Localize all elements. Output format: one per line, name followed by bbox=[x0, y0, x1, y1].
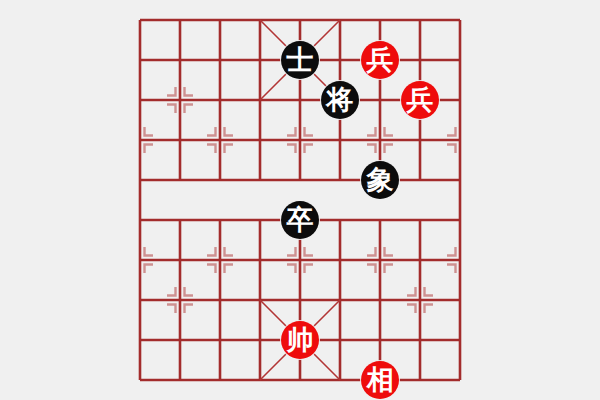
piece-black-general[interactable]: 将 bbox=[321, 81, 359, 119]
piece-red-soldier[interactable]: 兵 bbox=[401, 81, 439, 119]
piece-red-soldier[interactable]: 兵 bbox=[361, 41, 399, 79]
xiangqi-board: 士兵将兵象卒帅相 bbox=[0, 0, 600, 400]
piece-black-advisor[interactable]: 士 bbox=[281, 41, 319, 79]
piece-black-elephant[interactable]: 象 bbox=[361, 161, 399, 199]
piece-grid[interactable]: 士兵将兵象卒帅相 bbox=[120, 0, 480, 400]
piece-red-general[interactable]: 帅 bbox=[281, 321, 319, 359]
piece-red-elephant[interactable]: 相 bbox=[361, 361, 399, 399]
piece-black-soldier[interactable]: 卒 bbox=[281, 201, 319, 239]
